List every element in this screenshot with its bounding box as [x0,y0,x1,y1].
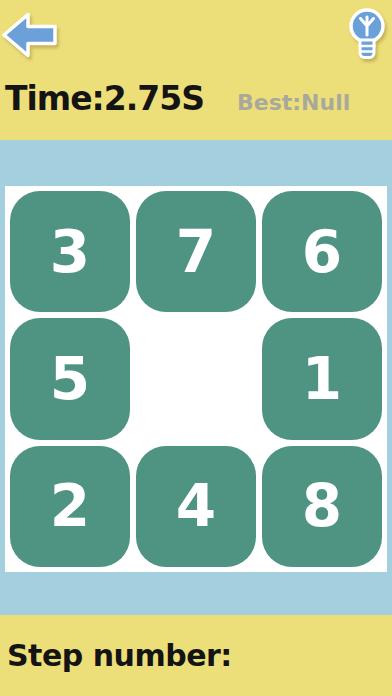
puzzle-tile[interactable]: 7 [136,191,256,312]
game-screen: Time:2.75S Best:Null 3 7 6 5 1 2 4 8 Ste… [0,0,392,696]
step-number-label: Step number: [7,638,232,673]
lightbulb-icon [344,5,390,63]
puzzle-tile[interactable]: 1 [262,318,382,439]
puzzle-tile[interactable]: 6 [262,191,382,312]
puzzle-board: 3 7 6 5 1 2 4 8 [5,186,387,572]
best-score-display: Best:Null [237,90,350,115]
puzzle-tile[interactable]: 8 [262,446,382,567]
time-display: Time:2.75S [5,79,204,118]
hint-button[interactable] [344,5,390,63]
back-button[interactable] [2,12,58,58]
back-arrow-icon [2,12,58,58]
puzzle-tile[interactable]: 4 [136,446,256,567]
empty-cell [136,318,256,439]
puzzle-tile[interactable]: 3 [10,191,130,312]
puzzle-tile[interactable]: 2 [10,446,130,567]
puzzle-tile[interactable]: 5 [10,318,130,439]
